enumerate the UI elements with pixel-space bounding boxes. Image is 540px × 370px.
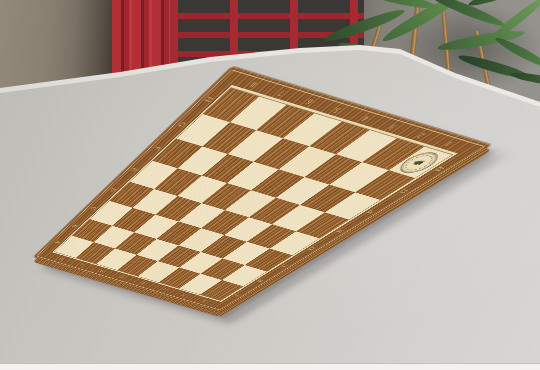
plant-leaf bbox=[323, 6, 407, 45]
photo-scene: ♞ AA11BB22CC33DD44EE55FF66GG77HH88 bbox=[0, 0, 540, 370]
photo-bottom-margin bbox=[0, 363, 540, 370]
